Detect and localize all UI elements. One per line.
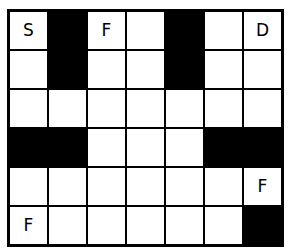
cell-r3c4[interactable] [126, 89, 165, 128]
cell-r1c1[interactable]: S [9, 11, 48, 50]
cell-r6c1[interactable]: F [9, 206, 48, 245]
blocked-cell-r6c7 [243, 206, 282, 245]
cell-r5c7[interactable]: F [243, 167, 282, 206]
blocked-cell-r1c2 [48, 11, 87, 50]
cell-r2c6[interactable] [204, 50, 243, 89]
cell-r4c3[interactable] [87, 128, 126, 167]
cell-r6c6[interactable] [204, 206, 243, 245]
blocked-cell-r4c1 [9, 128, 48, 167]
blocked-cell-r4c7 [243, 128, 282, 167]
cell-r2c7[interactable] [243, 50, 282, 89]
cell-r6c5[interactable] [165, 206, 204, 245]
cell-r5c6[interactable] [204, 167, 243, 206]
cell-r6c3[interactable] [87, 206, 126, 245]
crossword-grid: SFDFF [7, 9, 284, 247]
cell-r5c2[interactable] [48, 167, 87, 206]
cell-r5c1[interactable] [9, 167, 48, 206]
blocked-cell-r2c5 [165, 50, 204, 89]
cell-r2c4[interactable] [126, 50, 165, 89]
cell-r4c5[interactable] [165, 128, 204, 167]
cell-r3c1[interactable] [9, 89, 48, 128]
cell-r4c4[interactable] [126, 128, 165, 167]
blocked-cell-r1c5 [165, 11, 204, 50]
cell-r6c4[interactable] [126, 206, 165, 245]
cell-r5c3[interactable] [87, 167, 126, 206]
cell-r3c6[interactable] [204, 89, 243, 128]
cell-r1c4[interactable] [126, 11, 165, 50]
cell-r3c3[interactable] [87, 89, 126, 128]
cell-r1c7[interactable]: D [243, 11, 282, 50]
crossword-board: SFDFF [7, 9, 284, 247]
cell-r2c1[interactable] [9, 50, 48, 89]
cell-r3c2[interactable] [48, 89, 87, 128]
blocked-cell-r2c2 [48, 50, 87, 89]
cell-r6c2[interactable] [48, 206, 87, 245]
cell-r5c4[interactable] [126, 167, 165, 206]
cell-r3c5[interactable] [165, 89, 204, 128]
blocked-cell-r4c2 [48, 128, 87, 167]
cell-r2c3[interactable] [87, 50, 126, 89]
cell-r1c3[interactable]: F [87, 11, 126, 50]
cell-r3c7[interactable] [243, 89, 282, 128]
cell-r1c6[interactable] [204, 11, 243, 50]
blocked-cell-r4c6 [204, 128, 243, 167]
cell-r5c5[interactable] [165, 167, 204, 206]
